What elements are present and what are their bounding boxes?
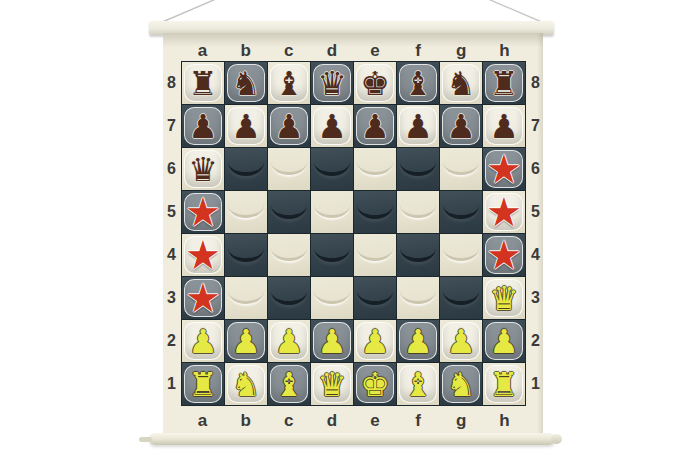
pocket-flap — [443, 287, 479, 305]
yellow-pawn-g2[interactable]: ♟ — [440, 320, 482, 362]
rank-labels-left: 87654321 — [163, 61, 180, 406]
pocket-flap — [443, 244, 479, 261]
square-g4[interactable] — [440, 234, 482, 276]
red-star-a3[interactable]: ★ — [182, 277, 224, 319]
square-d1[interactable]: ♛ — [311, 363, 353, 405]
brown-pawn-g7[interactable]: ♟ — [440, 105, 482, 147]
square-h3[interactable]: ♛ — [483, 277, 525, 319]
yellow-pawn-h2[interactable]: ♟ — [483, 320, 525, 362]
square-h6[interactable]: ★ — [483, 148, 525, 190]
square-g3[interactable] — [440, 277, 482, 319]
red-star-h6[interactable]: ★ — [483, 148, 525, 190]
file-label-b-top: b — [224, 38, 267, 62]
brown-rook-h8[interactable]: ♜ — [483, 62, 525, 104]
square-b2[interactable]: ♟ — [225, 320, 267, 362]
square-g7[interactable]: ♟ — [440, 105, 482, 147]
yellow-pawn-f2[interactable]: ♟ — [397, 320, 439, 362]
rank-label-7-left: 7 — [163, 104, 180, 147]
square-f7[interactable]: ♟ — [397, 105, 439, 147]
square-e2[interactable]: ♟ — [354, 320, 396, 362]
red-star-h4[interactable]: ★ — [483, 234, 525, 276]
bottom-weight-rod — [149, 433, 555, 445]
bottom-rod-cap-right — [551, 434, 562, 444]
square-g8[interactable]: ♞ — [440, 62, 482, 104]
file-label-e-bottom: e — [354, 408, 397, 432]
file-label-c-top: c — [267, 38, 310, 62]
yellow-pawn-b2[interactable]: ♟ — [225, 320, 267, 362]
pocket-flap — [314, 244, 350, 262]
file-labels-top: abcdefgh — [181, 38, 526, 62]
rank-label-8-right: 8 — [527, 61, 544, 104]
square-b8[interactable]: ♞ — [225, 62, 267, 104]
demo-chess-board-photo: abcdefgh 87654321 ♜♞♝♛♚♝♞♜♟♟♟♟♟♟♟♟♛★★★★★… — [0, 0, 700, 460]
square-f1[interactable]: ♝ — [397, 363, 439, 405]
brown-pawn-d7[interactable]: ♟ — [311, 105, 353, 147]
brown-pawn-h7[interactable]: ♟ — [483, 105, 525, 147]
file-label-e-top: e — [354, 38, 397, 62]
pocket-flap — [357, 158, 393, 175]
pocket-flap — [228, 158, 264, 176]
yellow-pawn-d2[interactable]: ♟ — [311, 320, 353, 362]
square-c5[interactable] — [268, 191, 310, 233]
rank-label-3-right: 3 — [527, 277, 544, 320]
square-g6[interactable] — [440, 148, 482, 190]
pocket-flap — [443, 201, 479, 219]
rank-label-6-left: 6 — [163, 147, 180, 190]
square-a8[interactable]: ♜ — [182, 62, 224, 104]
square-e6[interactable] — [354, 148, 396, 190]
pocket-flap — [271, 158, 307, 175]
rank-label-5-left: 5 — [163, 190, 180, 233]
pocket-flap — [314, 287, 350, 304]
square-c7[interactable]: ♟ — [268, 105, 310, 147]
square-c1[interactable]: ♝ — [268, 363, 310, 405]
rank-label-2-left: 2 — [163, 320, 180, 363]
rank-label-5-right: 5 — [527, 190, 544, 233]
pocket-flap — [271, 244, 307, 261]
square-h1[interactable]: ♜ — [483, 363, 525, 405]
brown-king-e8[interactable]: ♚ — [354, 62, 396, 104]
square-e3[interactable] — [354, 277, 396, 319]
pocket-flap — [314, 201, 350, 218]
file-label-a-top: a — [181, 38, 224, 62]
brown-bishop-c8[interactable]: ♝ — [268, 62, 310, 104]
rank-label-8-left: 8 — [163, 61, 180, 104]
square-c8[interactable]: ♝ — [268, 62, 310, 104]
square-a4[interactable]: ★ — [182, 234, 224, 276]
board[interactable]: ♜♞♝♛♚♝♞♜♟♟♟♟♟♟♟♟♛★★★★★★♛♟♟♟♟♟♟♟♟♜♞♝♛♚♝♞♜ — [181, 61, 526, 406]
square-f2[interactable]: ♟ — [397, 320, 439, 362]
file-label-b-bottom: b — [224, 408, 267, 432]
file-label-d-bottom: d — [310, 408, 353, 432]
square-c3[interactable] — [268, 277, 310, 319]
square-b5[interactable] — [225, 191, 267, 233]
red-star-a4[interactable]: ★ — [182, 234, 224, 276]
square-h4[interactable]: ★ — [483, 234, 525, 276]
file-label-h-top: h — [483, 38, 526, 62]
square-f4[interactable] — [397, 234, 439, 276]
square-d6[interactable] — [311, 148, 353, 190]
rank-label-4-left: 4 — [163, 234, 180, 277]
yellow-queen-d1[interactable]: ♛ — [311, 363, 353, 405]
square-a3[interactable]: ★ — [182, 277, 224, 319]
file-label-g-top: g — [440, 38, 483, 62]
brown-pawn-a7[interactable]: ♟ — [182, 105, 224, 147]
square-b6[interactable] — [225, 148, 267, 190]
rank-label-6-right: 6 — [527, 147, 544, 190]
rank-label-1-left: 1 — [163, 363, 180, 406]
brown-knight-g8[interactable]: ♞ — [440, 62, 482, 104]
pocket-flap — [443, 158, 479, 175]
square-e5[interactable] — [354, 191, 396, 233]
square-a5[interactable]: ★ — [182, 191, 224, 233]
file-label-c-bottom: c — [267, 408, 310, 432]
brown-queen-a6[interactable]: ♛ — [182, 148, 224, 190]
square-f8[interactable]: ♝ — [397, 62, 439, 104]
yellow-king-e1[interactable]: ♚ — [354, 363, 396, 405]
rank-label-1-right: 1 — [527, 363, 544, 406]
rank-label-4-right: 4 — [527, 234, 544, 277]
square-g5[interactable] — [440, 191, 482, 233]
rank-label-2-right: 2 — [527, 320, 544, 363]
square-h2[interactable]: ♟ — [483, 320, 525, 362]
pocket-flap — [400, 201, 436, 218]
square-d5[interactable] — [311, 191, 353, 233]
pocket-flap — [271, 201, 307, 219]
brown-queen-d8[interactable]: ♛ — [311, 62, 353, 104]
square-a6[interactable]: ♛ — [182, 148, 224, 190]
rank-labels-right: 87654321 — [527, 61, 544, 406]
file-label-d-top: d — [310, 38, 353, 62]
square-b4[interactable] — [225, 234, 267, 276]
square-f5[interactable] — [397, 191, 439, 233]
rank-label-7-right: 7 — [527, 104, 544, 147]
pocket-flap — [357, 201, 393, 219]
pocket-flap — [271, 287, 307, 305]
square-f6[interactable] — [397, 148, 439, 190]
yellow-pawn-c2[interactable]: ♟ — [268, 320, 310, 362]
brown-bishop-f8[interactable]: ♝ — [397, 62, 439, 104]
square-c2[interactable]: ♟ — [268, 320, 310, 362]
pocket-flap — [357, 244, 393, 261]
pocket-flap — [357, 287, 393, 305]
rank-label-3-left: 3 — [163, 277, 180, 320]
square-g2[interactable]: ♟ — [440, 320, 482, 362]
square-g1[interactable]: ♞ — [440, 363, 482, 405]
yellow-knight-b1[interactable]: ♞ — [225, 363, 267, 405]
square-d4[interactable] — [311, 234, 353, 276]
square-d8[interactable]: ♛ — [311, 62, 353, 104]
square-d7[interactable]: ♟ — [311, 105, 353, 147]
square-e8[interactable]: ♚ — [354, 62, 396, 104]
vinyl-banner: abcdefgh 87654321 ♜♞♝♛♚♝♞♜♟♟♟♟♟♟♟♟♛★★★★★… — [163, 33, 543, 433]
square-a1[interactable]: ♜ — [182, 363, 224, 405]
yellow-queen-h3[interactable]: ♛ — [483, 277, 525, 319]
file-label-f-top: f — [397, 38, 440, 62]
square-d2[interactable]: ♟ — [311, 320, 353, 362]
square-b7[interactable]: ♟ — [225, 105, 267, 147]
yellow-bishop-f1[interactable]: ♝ — [397, 363, 439, 405]
square-h7[interactable]: ♟ — [483, 105, 525, 147]
square-f3[interactable] — [397, 277, 439, 319]
square-e1[interactable]: ♚ — [354, 363, 396, 405]
square-b3[interactable] — [225, 277, 267, 319]
brown-pawn-b7[interactable]: ♟ — [225, 105, 267, 147]
file-label-f-bottom: f — [397, 408, 440, 432]
pocket-flap — [314, 158, 350, 176]
red-star-h5[interactable]: ★ — [483, 191, 525, 233]
pocket-flap — [228, 201, 264, 218]
square-e7[interactable]: ♟ — [354, 105, 396, 147]
square-h5[interactable]: ★ — [483, 191, 525, 233]
file-label-a-bottom: a — [181, 408, 224, 432]
pocket-flap — [400, 158, 436, 176]
yellow-pawn-e2[interactable]: ♟ — [354, 320, 396, 362]
pocket-flap — [400, 244, 436, 262]
yellow-rook-h1[interactable]: ♜ — [483, 363, 525, 405]
brown-pawn-c7[interactable]: ♟ — [268, 105, 310, 147]
file-labels-bottom: abcdefgh — [181, 408, 526, 432]
pocket-flap — [228, 287, 264, 304]
bottom-rod-tip-left — [139, 437, 152, 442]
brown-rook-a8[interactable]: ♜ — [182, 62, 224, 104]
square-a2[interactable]: ♟ — [182, 320, 224, 362]
red-star-a5[interactable]: ★ — [182, 191, 224, 233]
brown-pawn-e7[interactable]: ♟ — [354, 105, 396, 147]
square-c4[interactable] — [268, 234, 310, 276]
brown-knight-b8[interactable]: ♞ — [225, 62, 267, 104]
file-label-h-bottom: h — [483, 408, 526, 432]
square-h8[interactable]: ♜ — [483, 62, 525, 104]
pocket-flap — [400, 287, 436, 304]
file-label-g-bottom: g — [440, 408, 483, 432]
brown-pawn-f7[interactable]: ♟ — [397, 105, 439, 147]
yellow-rook-a1[interactable]: ♜ — [182, 363, 224, 405]
yellow-bishop-c1[interactable]: ♝ — [268, 363, 310, 405]
square-d3[interactable] — [311, 277, 353, 319]
square-a7[interactable]: ♟ — [182, 105, 224, 147]
pocket-flap — [228, 244, 264, 262]
square-e4[interactable] — [354, 234, 396, 276]
yellow-pawn-a2[interactable]: ♟ — [182, 320, 224, 362]
square-c6[interactable] — [268, 148, 310, 190]
square-b1[interactable]: ♞ — [225, 363, 267, 405]
yellow-knight-g1[interactable]: ♞ — [440, 363, 482, 405]
